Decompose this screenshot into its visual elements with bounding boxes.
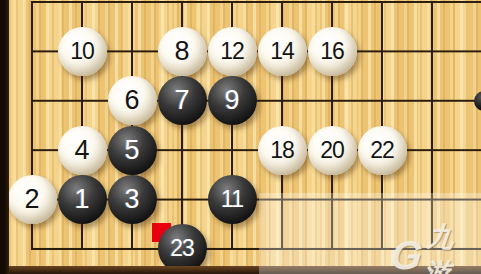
- go-board-diagram: 108121416679451820222131123 G 九游: [0, 0, 481, 274]
- stone-number: 22: [370, 139, 394, 162]
- stone-white-4: 4: [57, 125, 107, 174]
- stone-white-20: 20: [307, 125, 357, 174]
- stone-number: 8: [174, 38, 189, 65]
- stone-number: 12: [220, 40, 244, 63]
- watermark: G 九游: [387, 219, 481, 274]
- stone-number: 23: [170, 237, 194, 260]
- jiuyou-logo-icon: G: [389, 233, 425, 274]
- stone-black-7: 7: [157, 76, 207, 125]
- stone-number: 5: [124, 137, 139, 164]
- stone-white-8: 8: [157, 27, 207, 76]
- stone-white-10: 10: [57, 27, 107, 76]
- stone-number: 4: [74, 137, 89, 164]
- stone-number: 16: [320, 40, 344, 63]
- stone-black-11: 11: [207, 175, 257, 224]
- board-left-edge: [0, 0, 9, 274]
- stone-number: 2: [24, 186, 39, 213]
- stone-number: 18: [270, 139, 294, 162]
- stone-white-12: 12: [207, 27, 257, 76]
- stone-white-6: 6: [107, 76, 157, 125]
- stone-number: 1: [74, 186, 89, 213]
- stone-black-3: 3: [107, 175, 157, 224]
- stone-number: 6: [124, 87, 139, 114]
- stone-black-9: 9: [207, 76, 257, 125]
- stone-number: 7: [174, 87, 189, 114]
- stone-white-22: 22: [357, 125, 407, 174]
- stone-black-1: 1: [57, 175, 107, 224]
- stone-white-18: 18: [257, 125, 307, 174]
- stone-white-2: 2: [7, 175, 57, 224]
- stone-number: 11: [221, 188, 243, 211]
- stone-number: 20: [320, 139, 344, 162]
- watermark-text: 九游: [421, 219, 481, 274]
- stone-black-5: 5: [107, 125, 157, 174]
- stone-number: 9: [224, 87, 239, 114]
- stone-number: 14: [270, 40, 294, 63]
- stone-white-14: 14: [257, 27, 307, 76]
- stone-number: 10: [70, 40, 94, 63]
- stone-number: 3: [124, 186, 139, 213]
- stone-white-16: 16: [307, 27, 357, 76]
